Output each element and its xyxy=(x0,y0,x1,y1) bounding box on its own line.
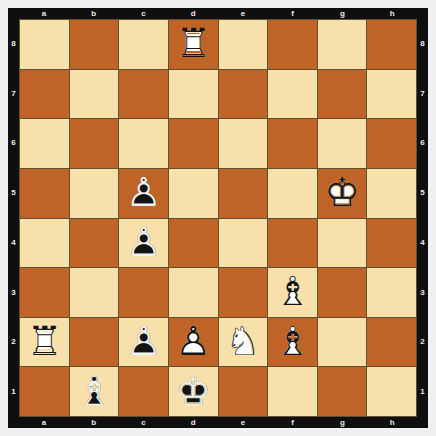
white-bishop-outline-glyph: ♗ xyxy=(275,321,311,361)
square-e2[interactable]: ♞♘ xyxy=(219,318,268,367)
rank-label-5: 5 xyxy=(417,168,428,218)
square-a6[interactable] xyxy=(20,119,69,168)
square-d8[interactable]: ♜♖ xyxy=(169,20,218,69)
square-c4[interactable]: ♟♙ xyxy=(119,219,168,268)
square-d4[interactable] xyxy=(169,219,218,268)
black-king-outline-glyph: ♔ xyxy=(175,371,211,411)
rank-label-3: 3 xyxy=(8,268,19,318)
white-knight-outline-glyph: ♘ xyxy=(225,321,261,361)
square-h5[interactable] xyxy=(367,169,416,218)
square-a5[interactable] xyxy=(20,169,69,218)
black-pawn-outline-glyph: ♙ xyxy=(126,321,162,361)
file-label-b: b xyxy=(69,8,119,19)
black-pawn-outline-glyph: ♙ xyxy=(126,222,162,262)
square-e7[interactable] xyxy=(219,70,268,119)
file-label-e: e xyxy=(218,417,268,428)
file-label-a: a xyxy=(19,8,69,19)
square-c2[interactable]: ♟♙ xyxy=(119,318,168,367)
file-label-d: d xyxy=(168,417,218,428)
square-b8[interactable] xyxy=(70,20,119,69)
rank-label-8: 8 xyxy=(417,19,428,69)
square-f8[interactable] xyxy=(268,20,317,69)
piece-white-rook[interactable]: ♜♖ xyxy=(169,20,218,69)
square-b3[interactable] xyxy=(70,268,119,317)
square-a8[interactable] xyxy=(20,20,69,69)
square-g5[interactable]: ♚♔ xyxy=(318,169,367,218)
square-g8[interactable] xyxy=(318,20,367,69)
square-e3[interactable] xyxy=(219,268,268,317)
rank-label-5: 5 xyxy=(8,168,19,218)
square-c1[interactable] xyxy=(119,367,168,416)
square-b5[interactable] xyxy=(70,169,119,218)
square-a1[interactable] xyxy=(20,367,69,416)
square-h6[interactable] xyxy=(367,119,416,168)
rank-label-2: 2 xyxy=(417,318,428,368)
file-labels-top: abcdefgh xyxy=(19,8,417,19)
rank-label-4: 4 xyxy=(8,218,19,268)
square-c3[interactable] xyxy=(119,268,168,317)
rank-label-7: 7 xyxy=(417,69,428,119)
file-label-h: h xyxy=(367,8,417,19)
white-rook-outline-glyph: ♖ xyxy=(175,23,211,63)
square-a7[interactable] xyxy=(20,70,69,119)
square-h4[interactable] xyxy=(367,219,416,268)
piece-white-king[interactable]: ♚♔ xyxy=(318,169,367,218)
square-f7[interactable] xyxy=(268,70,317,119)
square-b2[interactable] xyxy=(70,318,119,367)
square-c5[interactable]: ♟♙ xyxy=(119,169,168,218)
white-pawn-outline-glyph: ♙ xyxy=(175,321,211,361)
rank-labels-left: 87654321 xyxy=(8,19,19,417)
square-f4[interactable] xyxy=(268,219,317,268)
square-a4[interactable] xyxy=(20,219,69,268)
file-label-f: f xyxy=(268,8,318,19)
square-h2[interactable] xyxy=(367,318,416,367)
square-g1[interactable] xyxy=(318,367,367,416)
square-c8[interactable] xyxy=(119,20,168,69)
black-bishop-outline-glyph: ♗ xyxy=(76,371,112,411)
rank-label-6: 6 xyxy=(417,119,428,169)
piece-white-bishop[interactable]: ♝♗ xyxy=(268,318,317,367)
square-h8[interactable] xyxy=(367,20,416,69)
square-d2[interactable]: ♟♙ xyxy=(169,318,218,367)
square-f6[interactable] xyxy=(268,119,317,168)
white-king-outline-glyph: ♔ xyxy=(324,172,360,212)
square-f1[interactable] xyxy=(268,367,317,416)
square-g7[interactable] xyxy=(318,70,367,119)
piece-white-bishop[interactable]: ♝♗ xyxy=(268,268,317,317)
piece-white-rook[interactable]: ♜♖ xyxy=(20,318,69,367)
square-d6[interactable] xyxy=(169,119,218,168)
square-c6[interactable] xyxy=(119,119,168,168)
file-label-f: f xyxy=(268,417,318,428)
square-f2[interactable]: ♝♗ xyxy=(268,318,317,367)
rank-label-4: 4 xyxy=(417,218,428,268)
square-b4[interactable] xyxy=(70,219,119,268)
square-b7[interactable] xyxy=(70,70,119,119)
square-f3[interactable]: ♝♗ xyxy=(268,268,317,317)
chessboard: ♜♖♟♙♚♔♟♙♝♗♜♖♟♙♟♙♞♘♝♗♝♗♚♔ xyxy=(19,19,417,417)
square-b1[interactable]: ♝♗ xyxy=(70,367,119,416)
file-label-a: a xyxy=(19,417,69,428)
square-e6[interactable] xyxy=(219,119,268,168)
file-label-h: h xyxy=(367,417,417,428)
square-a3[interactable] xyxy=(20,268,69,317)
piece-white-knight[interactable]: ♞♘ xyxy=(219,318,268,367)
square-d3[interactable] xyxy=(169,268,218,317)
square-e5[interactable] xyxy=(219,169,268,218)
piece-black-pawn[interactable]: ♟♙ xyxy=(119,219,168,268)
square-d5[interactable] xyxy=(169,169,218,218)
piece-black-pawn[interactable]: ♟♙ xyxy=(119,169,168,218)
rank-labels-right: 87654321 xyxy=(417,19,428,417)
black-pawn-outline-glyph: ♙ xyxy=(126,172,162,212)
file-labels-bottom: abcdefgh xyxy=(19,417,417,428)
square-g3[interactable] xyxy=(318,268,367,317)
square-e1[interactable] xyxy=(219,367,268,416)
file-label-e: e xyxy=(218,8,268,19)
piece-white-pawn[interactable]: ♟♙ xyxy=(169,318,218,367)
white-rook-outline-glyph: ♖ xyxy=(26,321,62,361)
square-h7[interactable] xyxy=(367,70,416,119)
file-label-g: g xyxy=(318,8,368,19)
file-label-d: d xyxy=(168,8,218,19)
file-label-b: b xyxy=(69,417,119,428)
chess-diagram: abcdefgh 87654321 ♜♖♟♙♚♔♟♙♝♗♜♖♟♙♟♙♞♘♝♗♝♗… xyxy=(0,0,436,436)
square-g2[interactable] xyxy=(318,318,367,367)
square-e4[interactable] xyxy=(219,219,268,268)
square-b6[interactable] xyxy=(70,119,119,168)
rank-label-6: 6 xyxy=(8,119,19,169)
rank-label-3: 3 xyxy=(417,268,428,318)
square-f5[interactable] xyxy=(268,169,317,218)
white-bishop-outline-glyph: ♗ xyxy=(275,271,311,311)
rank-label-1: 1 xyxy=(417,367,428,417)
square-c7[interactable] xyxy=(119,70,168,119)
square-d7[interactable] xyxy=(169,70,218,119)
piece-black-bishop[interactable]: ♝♗ xyxy=(70,367,119,416)
square-d1[interactable]: ♚♔ xyxy=(169,367,218,416)
chessboard-frame: abcdefgh 87654321 ♜♖♟♙♚♔♟♙♝♗♜♖♟♙♟♙♞♘♝♗♝♗… xyxy=(8,8,428,428)
rank-label-8: 8 xyxy=(8,19,19,69)
square-e8[interactable] xyxy=(219,20,268,69)
square-g4[interactable] xyxy=(318,219,367,268)
piece-black-pawn[interactable]: ♟♙ xyxy=(119,318,168,367)
rank-label-2: 2 xyxy=(8,318,19,368)
square-h1[interactable] xyxy=(367,367,416,416)
square-a2[interactable]: ♜♖ xyxy=(20,318,69,367)
file-label-g: g xyxy=(318,417,368,428)
file-label-c: c xyxy=(119,8,169,19)
file-label-c: c xyxy=(119,417,169,428)
rank-label-1: 1 xyxy=(8,367,19,417)
square-g6[interactable] xyxy=(318,119,367,168)
rank-label-7: 7 xyxy=(8,69,19,119)
square-h3[interactable] xyxy=(367,268,416,317)
piece-black-king[interactable]: ♚♔ xyxy=(169,367,218,416)
